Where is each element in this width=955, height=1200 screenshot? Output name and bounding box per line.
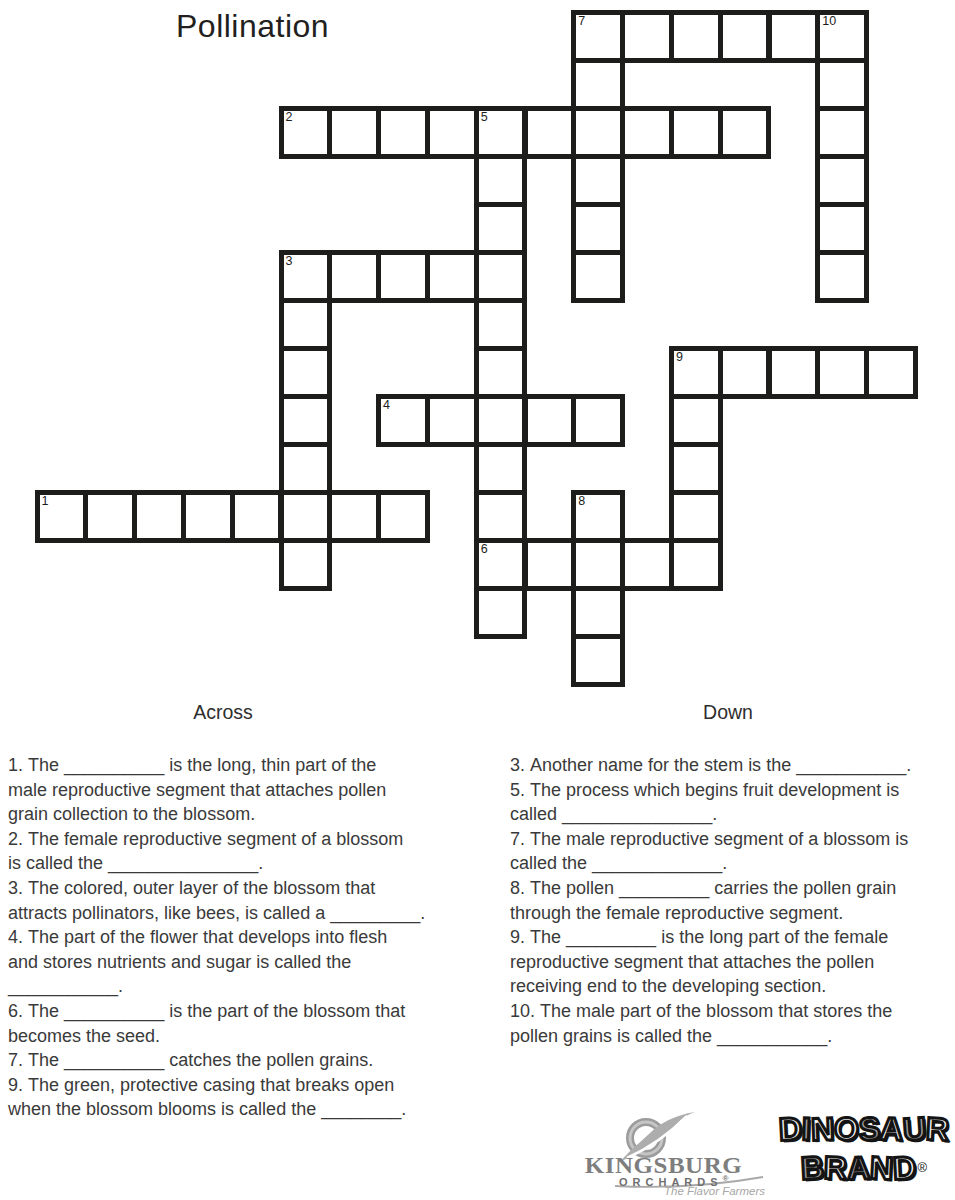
grid-cell[interactable] bbox=[474, 298, 528, 351]
grid-cell[interactable] bbox=[815, 250, 869, 303]
logo-letter: A bbox=[879, 1110, 903, 1149]
dinosaur-wordmark: DINOSAUR bbox=[776, 1110, 952, 1150]
crossword-grid: 71025394186 bbox=[0, 0, 955, 692]
clue-across-1: 1.The __________ is the long, thin part … bbox=[8, 753, 438, 827]
clue-across-3: 3.The colored, outer layer of the blosso… bbox=[8, 876, 438, 925]
clue-across-6: 6.The __________ is the part of the blos… bbox=[8, 999, 438, 1048]
clue-text: The green, protective casing that breaks… bbox=[8, 1075, 406, 1120]
grid-cell[interactable] bbox=[571, 634, 625, 687]
grid-cell[interactable] bbox=[279, 490, 333, 543]
grid-cell[interactable] bbox=[279, 538, 333, 591]
grid-cell[interactable] bbox=[864, 346, 918, 399]
clue-across-9: 9.The green, protective casing that brea… bbox=[8, 1073, 438, 1122]
clue-down-5: 5.The process which begins fruit develop… bbox=[510, 778, 946, 827]
clue-text: Another name for the stem is the _______… bbox=[530, 755, 911, 775]
grid-cell[interactable] bbox=[815, 202, 869, 255]
grid-cell[interactable] bbox=[571, 538, 625, 591]
grid-cell[interactable] bbox=[815, 58, 869, 111]
grid-cell[interactable] bbox=[83, 490, 137, 543]
clue-text: The part of the flower that develops int… bbox=[8, 927, 387, 996]
clue-number-label: 9 bbox=[676, 351, 683, 365]
grid-cell[interactable]: 1 bbox=[35, 490, 89, 543]
clue-text: The male part of the blossom that stores… bbox=[510, 1001, 892, 1046]
grid-cell[interactable] bbox=[669, 106, 723, 159]
across-clue-list: 1.The __________ is the long, thin part … bbox=[8, 753, 438, 1122]
clue-number: 7. bbox=[510, 829, 525, 849]
clue-number: 4. bbox=[8, 927, 23, 947]
clue-text: The pollen _________ carries the pollen … bbox=[510, 878, 896, 923]
clue-number-label: 1 bbox=[42, 495, 49, 509]
grid-cell[interactable] bbox=[425, 106, 479, 159]
grid-cell[interactable] bbox=[669, 538, 723, 591]
grid-cell[interactable] bbox=[474, 202, 528, 255]
grid-cell[interactable] bbox=[571, 394, 625, 447]
down-clues-column: Down 3.Another name for the stem is the … bbox=[510, 700, 946, 1048]
grid-cell[interactable] bbox=[474, 394, 528, 447]
kingsburg-orchards-logo: KINGSBURG ORCHARDS® The Flavor Farmers bbox=[555, 1110, 770, 1198]
clue-number: 9. bbox=[510, 927, 525, 947]
grid-cell[interactable]: 2 bbox=[279, 106, 333, 159]
grid-cell[interactable]: 9 bbox=[669, 346, 723, 399]
logo-letter: B bbox=[800, 1148, 825, 1187]
brand-wordmark: BRAND® bbox=[776, 1149, 952, 1189]
grid-cell[interactable] bbox=[571, 106, 625, 159]
clue-down-9: 9.The _________ is the long part of the … bbox=[510, 925, 946, 999]
logo-letter: R bbox=[925, 1109, 950, 1148]
grid-cell[interactable] bbox=[132, 490, 186, 543]
grid-cell[interactable] bbox=[523, 538, 577, 591]
grid-cell[interactable] bbox=[620, 538, 674, 591]
grid-cell[interactable] bbox=[327, 106, 381, 159]
grid-cell[interactable] bbox=[815, 154, 869, 207]
grid-cell[interactable] bbox=[669, 394, 723, 447]
grid-cell[interactable] bbox=[669, 490, 723, 543]
grid-cell[interactable] bbox=[767, 346, 821, 399]
grid-cell[interactable] bbox=[376, 250, 430, 303]
logo-letter: R bbox=[823, 1149, 847, 1188]
clue-down-8: 8.The pollen _________ carries the polle… bbox=[510, 876, 946, 925]
clue-across-7: 7.The __________ catches the pollen grai… bbox=[8, 1048, 438, 1073]
across-clues-column: Across 1.The __________ is the long, thi… bbox=[8, 700, 438, 1122]
grid-cell[interactable]: 6 bbox=[474, 538, 528, 591]
grid-cell[interactable]: 4 bbox=[376, 394, 430, 447]
clue-text: The male reproductive segment of a bloss… bbox=[510, 829, 908, 874]
clue-across-4: 4.The part of the flower that develops i… bbox=[8, 925, 438, 999]
grid-cell[interactable] bbox=[571, 250, 625, 303]
clue-down-3: 3.Another name for the stem is the _____… bbox=[510, 753, 946, 778]
grid-cell[interactable] bbox=[327, 490, 381, 543]
grid-cell[interactable] bbox=[474, 154, 528, 207]
clue-text: The __________ is the part of the blosso… bbox=[8, 1001, 405, 1046]
kingsburg-tagline: The Flavor Farmers bbox=[633, 1185, 765, 1197]
logo-letter: U bbox=[902, 1109, 928, 1149]
grid-cell[interactable] bbox=[474, 586, 528, 639]
clue-number: 5. bbox=[510, 780, 525, 800]
down-clue-list: 3.Another name for the stem is the _____… bbox=[510, 753, 946, 1048]
grid-cell[interactable] bbox=[230, 490, 284, 543]
clue-text: The female reproductive segment of a blo… bbox=[8, 829, 403, 874]
grid-cell[interactable] bbox=[279, 298, 333, 351]
grid-cell[interactable] bbox=[815, 106, 869, 159]
grid-cell[interactable] bbox=[327, 250, 381, 303]
grid-cell[interactable]: 7 bbox=[571, 10, 625, 63]
registered-mark-icon: ® bbox=[723, 1174, 729, 1183]
grid-cell[interactable] bbox=[718, 106, 772, 159]
down-header: Down bbox=[510, 700, 946, 724]
grid-cell[interactable] bbox=[523, 106, 577, 159]
grid-cell[interactable] bbox=[425, 250, 479, 303]
across-header: Across bbox=[8, 700, 438, 724]
grid-cell[interactable] bbox=[620, 10, 674, 63]
clue-text: The process which begins fruit developme… bbox=[510, 780, 899, 825]
grid-cell[interactable]: 5 bbox=[474, 106, 528, 159]
grid-cell[interactable] bbox=[571, 154, 625, 207]
registered-mark-icon: ® bbox=[917, 1160, 927, 1175]
grid-cell[interactable] bbox=[571, 58, 625, 111]
clue-number: 2. bbox=[8, 829, 23, 849]
grid-cell[interactable]: 3 bbox=[279, 250, 333, 303]
grid-cell[interactable] bbox=[571, 586, 625, 639]
grid-cell[interactable] bbox=[425, 394, 479, 447]
grid-cell[interactable] bbox=[767, 10, 821, 63]
clue-number-label: 5 bbox=[481, 111, 488, 125]
clue-number-label: 8 bbox=[578, 495, 585, 509]
logo-letter: D bbox=[778, 1109, 803, 1148]
clue-number-label: 6 bbox=[481, 543, 488, 557]
logo-letter: D bbox=[892, 1148, 917, 1187]
clue-number: 7. bbox=[8, 1050, 23, 1070]
grid-cell[interactable] bbox=[571, 202, 625, 255]
grid-cell[interactable] bbox=[474, 250, 528, 303]
clue-text: The _________ is the long part of the fe… bbox=[510, 927, 888, 996]
clue-number-label: 7 bbox=[578, 15, 585, 29]
clue-number: 3. bbox=[8, 878, 23, 898]
clue-text: The __________ is the long, thin part of… bbox=[8, 755, 386, 824]
grid-cell[interactable] bbox=[474, 346, 528, 399]
clue-down-7: 7.The male reproductive segment of a blo… bbox=[510, 827, 946, 876]
clue-number-label: 4 bbox=[383, 399, 390, 413]
grid-cell[interactable] bbox=[474, 490, 528, 543]
logo-letter: N bbox=[869, 1148, 894, 1187]
clue-number-label: 10 bbox=[822, 15, 836, 29]
grid-cell[interactable]: 8 bbox=[571, 490, 625, 543]
clue-number: 8. bbox=[510, 878, 525, 898]
logo-letter: A bbox=[846, 1149, 870, 1188]
grid-cell[interactable] bbox=[181, 490, 235, 543]
clue-down-10: 10.The male part of the blossom that sto… bbox=[510, 999, 946, 1048]
logo-letter: O bbox=[833, 1109, 860, 1148]
clue-number: 3. bbox=[510, 755, 525, 775]
logo-letter: N bbox=[810, 1110, 834, 1149]
grid-cell[interactable] bbox=[279, 346, 333, 399]
logo-letter: S bbox=[858, 1109, 881, 1148]
pollination-worksheet: Pollination 71025394186 Across 1.The ___… bbox=[0, 0, 955, 1200]
dinosaur-brand-logo: DINOSAUR BRAND® bbox=[776, 1110, 952, 1189]
clue-number: 1. bbox=[8, 755, 23, 775]
clue-across-2: 2.The female reproductive segment of a b… bbox=[8, 827, 438, 876]
grid-cell[interactable] bbox=[620, 106, 674, 159]
clue-number-label: 2 bbox=[286, 111, 293, 125]
grid-cell[interactable] bbox=[718, 346, 772, 399]
grid-cell[interactable] bbox=[376, 106, 430, 159]
grid-cell[interactable] bbox=[279, 394, 333, 447]
grid-cell[interactable] bbox=[669, 442, 723, 495]
clue-number-label: 3 bbox=[286, 255, 293, 269]
grid-cell[interactable] bbox=[523, 394, 577, 447]
grid-cell[interactable] bbox=[474, 442, 528, 495]
grid-cell[interactable] bbox=[376, 490, 430, 543]
clue-number: 9. bbox=[8, 1075, 23, 1095]
clue-text: The __________ catches the pollen grains… bbox=[28, 1050, 373, 1070]
grid-cell[interactable] bbox=[279, 442, 333, 495]
clue-number: 6. bbox=[8, 1001, 23, 1021]
grid-cell[interactable] bbox=[718, 10, 772, 63]
clue-number: 10. bbox=[510, 1001, 535, 1021]
grid-cell[interactable]: 10 bbox=[815, 10, 869, 63]
clue-text: The colored, outer layer of the blossom … bbox=[8, 878, 425, 923]
grid-cell[interactable] bbox=[815, 346, 869, 399]
grid-cell[interactable] bbox=[669, 10, 723, 63]
